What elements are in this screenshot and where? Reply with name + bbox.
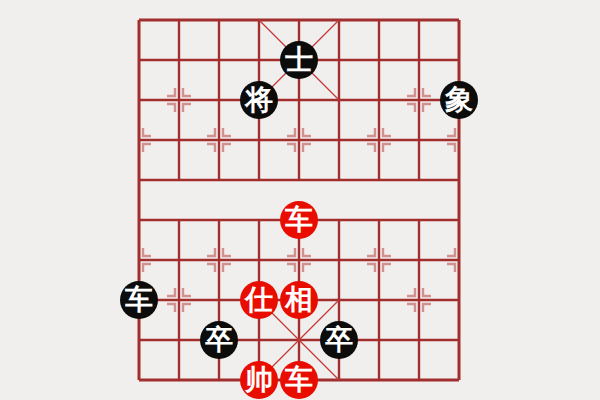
piece-black-chariot[interactable]: 车 <box>120 281 158 319</box>
piece-red-chariot[interactable]: 车 <box>280 361 318 399</box>
piece-red-advisor[interactable]: 仕 <box>240 281 278 319</box>
piece-black-king[interactable]: 将 <box>240 81 278 119</box>
xiangqi-position-screenshot: 士将象车卒卒车仕相帅车 <box>0 0 600 400</box>
piece-red-king[interactable]: 帅 <box>240 361 278 399</box>
piece-red-elephant[interactable]: 相 <box>280 281 318 319</box>
piece-red-chariot[interactable]: 车 <box>280 201 318 239</box>
piece-black-pawn[interactable]: 卒 <box>200 321 238 359</box>
piece-grid: 士将象车卒卒车仕相帅车 <box>119 0 479 400</box>
piece-black-pawn[interactable]: 卒 <box>320 321 358 359</box>
piece-black-elephant[interactable]: 象 <box>440 81 478 119</box>
piece-black-advisor[interactable]: 士 <box>280 41 318 79</box>
